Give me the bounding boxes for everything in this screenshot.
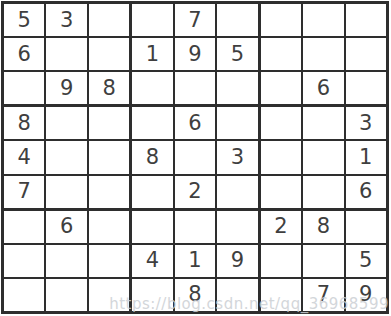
sudoku-cell-r1c5: 7 (175, 4, 215, 36)
sudoku-cell-r7c6[interactable] (217, 211, 257, 243)
sudoku-cell-r4c8[interactable] (303, 107, 343, 139)
sudoku-cell-r3c2: 9 (46, 72, 86, 104)
sudoku-cell-r8c2[interactable] (46, 245, 86, 277)
sudoku-cell-r2c5: 9 (175, 38, 215, 70)
sudoku-cell-r9c4[interactable] (132, 279, 172, 311)
sudoku-puzzle-image: 536987195684768323166419828579 https://b… (0, 0, 391, 316)
sudoku-cell-r1c4[interactable] (132, 4, 172, 36)
sudoku-cell-r5c8[interactable] (303, 141, 343, 173)
sudoku-box-8: 4198 (132, 211, 257, 311)
sudoku-box-3: 6 (261, 4, 386, 104)
sudoku-cell-r3c8: 6 (303, 72, 343, 104)
sudoku-cell-r8c6: 9 (217, 245, 257, 277)
sudoku-cell-r3c5[interactable] (175, 72, 215, 104)
sudoku-cell-r1c1: 5 (4, 4, 44, 36)
sudoku-cell-r8c1[interactable] (4, 245, 44, 277)
sudoku-cell-r6c4[interactable] (132, 176, 172, 208)
sudoku-cell-r5c1: 4 (4, 141, 44, 173)
sudoku-cell-r7c7: 2 (261, 211, 301, 243)
sudoku-box-2: 7195 (132, 4, 257, 104)
sudoku-cell-r9c1[interactable] (4, 279, 44, 311)
sudoku-cell-r9c2[interactable] (46, 279, 86, 311)
sudoku-cell-r2c4: 1 (132, 38, 172, 70)
sudoku-cell-r8c9: 5 (346, 245, 386, 277)
sudoku-box-7: 6 (4, 211, 129, 311)
sudoku-board: 536987195684768323166419828579 (1, 1, 389, 314)
sudoku-cell-r4c6[interactable] (217, 107, 257, 139)
sudoku-cell-r6c8[interactable] (303, 176, 343, 208)
sudoku-cell-r6c5: 2 (175, 176, 215, 208)
sudoku-cell-r1c9[interactable] (346, 4, 386, 36)
sudoku-cell-r9c5: 8 (175, 279, 215, 311)
sudoku-cell-r9c6[interactable] (217, 279, 257, 311)
sudoku-cell-r6c2[interactable] (46, 176, 86, 208)
sudoku-cell-r2c8[interactable] (303, 38, 343, 70)
sudoku-cell-r6c3[interactable] (89, 176, 129, 208)
sudoku-cell-r2c2[interactable] (46, 38, 86, 70)
sudoku-cell-r8c8[interactable] (303, 245, 343, 277)
sudoku-box-1: 53698 (4, 4, 129, 104)
sudoku-cell-r3c7[interactable] (261, 72, 301, 104)
sudoku-cell-r3c6[interactable] (217, 72, 257, 104)
sudoku-cell-r8c5: 1 (175, 245, 215, 277)
sudoku-cell-r2c3[interactable] (89, 38, 129, 70)
sudoku-cell-r3c3: 8 (89, 72, 129, 104)
sudoku-cell-r8c7[interactable] (261, 245, 301, 277)
sudoku-cell-r2c9[interactable] (346, 38, 386, 70)
sudoku-cell-r6c9: 6 (346, 176, 386, 208)
sudoku-cell-r6c1: 7 (4, 176, 44, 208)
sudoku-box-4: 847 (4, 107, 129, 207)
sudoku-cell-r9c3[interactable] (89, 279, 129, 311)
sudoku-cell-r7c3[interactable] (89, 211, 129, 243)
sudoku-cell-r5c5[interactable] (175, 141, 215, 173)
sudoku-cell-r5c6: 3 (217, 141, 257, 173)
sudoku-cell-r9c7[interactable] (261, 279, 301, 311)
sudoku-cell-r1c7[interactable] (261, 4, 301, 36)
sudoku-cell-r1c6[interactable] (217, 4, 257, 36)
sudoku-cell-r5c3[interactable] (89, 141, 129, 173)
sudoku-cell-r8c4: 4 (132, 245, 172, 277)
sudoku-cell-r7c9[interactable] (346, 211, 386, 243)
sudoku-box-5: 6832 (132, 107, 257, 207)
sudoku-cell-r2c1: 6 (4, 38, 44, 70)
sudoku-cell-r4c9: 3 (346, 107, 386, 139)
sudoku-box-9: 28579 (261, 211, 386, 311)
sudoku-box-6: 316 (261, 107, 386, 207)
sudoku-cell-r3c1[interactable] (4, 72, 44, 104)
sudoku-cell-r7c4[interactable] (132, 211, 172, 243)
sudoku-cell-r1c3[interactable] (89, 4, 129, 36)
sudoku-cell-r4c1: 8 (4, 107, 44, 139)
sudoku-cell-r1c2: 3 (46, 4, 86, 36)
sudoku-cell-r4c3[interactable] (89, 107, 129, 139)
sudoku-cell-r2c6: 5 (217, 38, 257, 70)
sudoku-cell-r5c2[interactable] (46, 141, 86, 173)
sudoku-cell-r7c8: 8 (303, 211, 343, 243)
sudoku-cell-r8c3[interactable] (89, 245, 129, 277)
sudoku-cell-r5c7[interactable] (261, 141, 301, 173)
sudoku-cell-r4c2[interactable] (46, 107, 86, 139)
sudoku-cell-r6c7[interactable] (261, 176, 301, 208)
sudoku-cell-r4c7[interactable] (261, 107, 301, 139)
sudoku-cell-r3c4[interactable] (132, 72, 172, 104)
sudoku-cell-r2c7[interactable] (261, 38, 301, 70)
sudoku-cell-r7c1[interactable] (4, 211, 44, 243)
sudoku-cell-r7c5[interactable] (175, 211, 215, 243)
sudoku-cell-r7c2: 6 (46, 211, 86, 243)
sudoku-cell-r5c4: 8 (132, 141, 172, 173)
sudoku-cell-r4c5: 6 (175, 107, 215, 139)
sudoku-cell-r9c8: 7 (303, 279, 343, 311)
sudoku-cell-r4c4[interactable] (132, 107, 172, 139)
sudoku-cell-r5c9: 1 (346, 141, 386, 173)
sudoku-cell-r1c8[interactable] (303, 4, 343, 36)
sudoku-cell-r3c9[interactable] (346, 72, 386, 104)
sudoku-cell-r9c9: 9 (346, 279, 386, 311)
sudoku-cell-r6c6[interactable] (217, 176, 257, 208)
